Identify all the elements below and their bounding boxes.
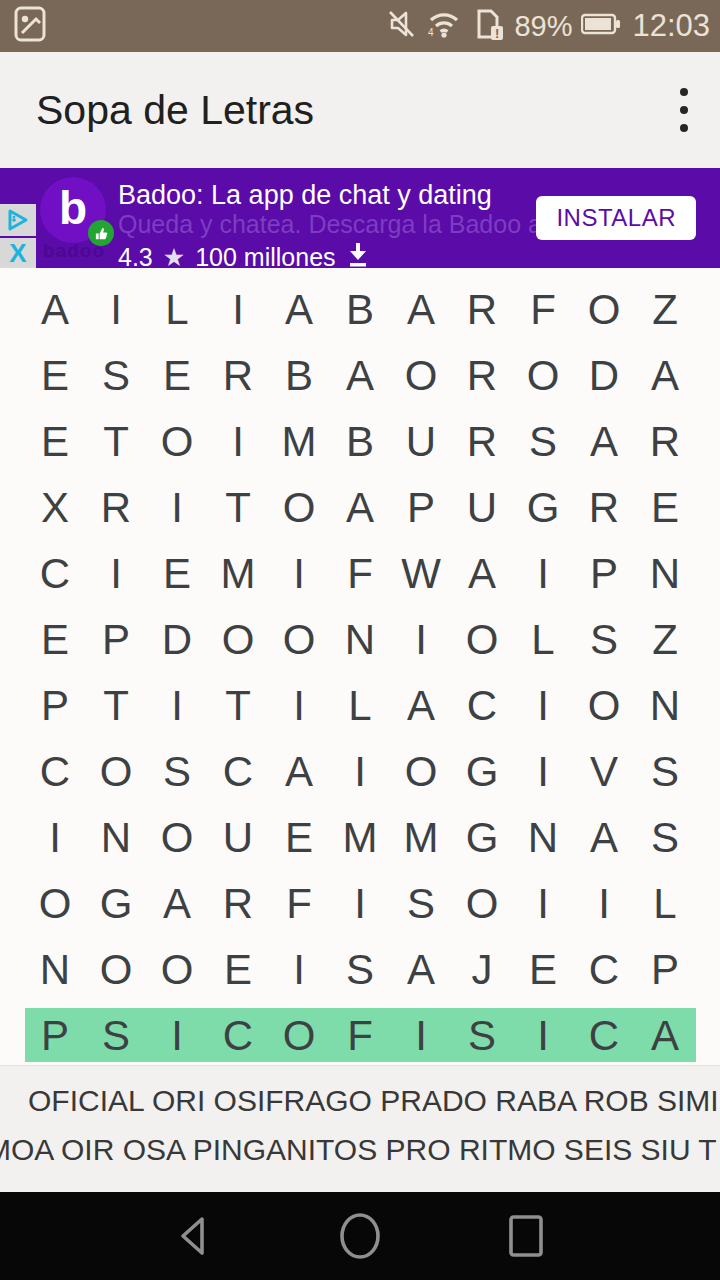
recents-icon[interactable]: [504, 1214, 548, 1258]
grid-cell-r8c3[interactable]: S: [147, 739, 208, 805]
battery-icon: [581, 13, 621, 39]
grid-cell-r11c10[interactable]: C: [574, 937, 635, 1003]
grid-cell-r7c8[interactable]: C: [452, 673, 513, 739]
grid-cell-r7c6[interactable]: L: [330, 673, 391, 739]
status-time: 12:03: [632, 8, 710, 44]
ad-installs: 100 millones: [195, 243, 335, 269]
grid-cell-r5c5[interactable]: I: [269, 541, 330, 607]
grid-cell-r10c8[interactable]: O: [452, 871, 513, 937]
grid-cell-r12c3[interactable]: I: [147, 1003, 208, 1069]
grid-cell-r7c11[interactable]: N: [635, 673, 696, 739]
grid-cell-r11c3[interactable]: O: [147, 937, 208, 1003]
grid-cell-r6c11[interactable]: Z: [635, 607, 696, 673]
grid-cell-r6c9[interactable]: L: [513, 607, 574, 673]
android-nav-bar: [0, 1192, 720, 1280]
grid-row-6[interactable]: EPDOONIOLSZ: [25, 607, 696, 673]
grid-cell-r2c8[interactable]: R: [452, 343, 513, 409]
grid-cell-r1c2[interactable]: I: [86, 277, 147, 343]
grid-cell-r11c5[interactable]: I: [269, 937, 330, 1003]
grid-cell-r4c10[interactable]: R: [574, 475, 635, 541]
grid-cell-r11c4[interactable]: E: [208, 937, 269, 1003]
grid-cell-r8c4[interactable]: C: [208, 739, 269, 805]
grid-cell-r10c6[interactable]: I: [330, 871, 391, 937]
grid-cell-r4c8[interactable]: U: [452, 475, 513, 541]
app-bar: Sopa de Letras: [0, 52, 720, 168]
grid-cell-r1c4[interactable]: I: [208, 277, 269, 343]
grid-cell-r5c10[interactable]: P: [574, 541, 635, 607]
grid-cell-r5c7[interactable]: W: [391, 541, 452, 607]
grid-cell-r5c11[interactable]: N: [635, 541, 696, 607]
grid-cell-r9c11[interactable]: S: [635, 805, 696, 871]
grid-cell-r10c7[interactable]: S: [391, 871, 452, 937]
grid-cell-r8c1[interactable]: C: [25, 739, 86, 805]
mute-icon: [387, 9, 417, 43]
grid-cell-r7c5[interactable]: I: [269, 673, 330, 739]
grid-cell-r8c2[interactable]: O: [86, 739, 147, 805]
grid-cell-r4c6[interactable]: A: [330, 475, 391, 541]
grid-row-12[interactable]: PSICOFISICA: [25, 1003, 696, 1069]
grid-cell-r6c2[interactable]: P: [86, 607, 147, 673]
grid-cell-r8c10[interactable]: V: [574, 739, 635, 805]
grid-cell-r9c2[interactable]: N: [86, 805, 147, 871]
grid-cell-r3c11[interactable]: R: [635, 409, 696, 475]
grid-cell-r4c9[interactable]: G: [513, 475, 574, 541]
grid-cell-r12c7[interactable]: I: [391, 1003, 452, 1069]
grid-cell-r10c4[interactable]: R: [208, 871, 269, 937]
word-list-line-1: OFICIAL ORI OSIFRAGO PRADO RABA ROB SIMI…: [28, 1083, 720, 1119]
grid-cell-r3c7[interactable]: U: [391, 409, 452, 475]
grid-cell-r9c10[interactable]: A: [574, 805, 635, 871]
grid-cell-r9c8[interactable]: G: [452, 805, 513, 871]
grid-cell-r2c6[interactable]: A: [330, 343, 391, 409]
grid-cell-r9c6[interactable]: M: [330, 805, 391, 871]
word-list-line-2: MOA OIR OSA PINGANITOS PRO RITMO SEIS SI…: [0, 1132, 720, 1168]
grid-cell-r2c2[interactable]: S: [86, 343, 147, 409]
grid-cell-r2c7[interactable]: O: [391, 343, 452, 409]
ad-rating-value: 4.3: [118, 243, 153, 269]
grid-cell-r5c8[interactable]: A: [452, 541, 513, 607]
grid-cell-r12c9[interactable]: I: [513, 1003, 574, 1069]
grid-cell-r5c3[interactable]: E: [147, 541, 208, 607]
grid-cell-r4c4[interactable]: T: [208, 475, 269, 541]
grid-cell-r6c3[interactable]: D: [147, 607, 208, 673]
star-icon: ★: [163, 245, 185, 269]
grid-cell-r11c8[interactable]: J: [452, 937, 513, 1003]
grid-row-11[interactable]: NOOEISAJECP: [25, 937, 696, 1003]
grid-cell-r12c6[interactable]: F: [330, 1003, 391, 1069]
grid-cell-r1c5[interactable]: A: [269, 277, 330, 343]
grid-cell-r6c6[interactable]: N: [330, 607, 391, 673]
grid-cell-r7c9[interactable]: I: [513, 673, 574, 739]
grid-cell-r3c5[interactable]: M: [269, 409, 330, 475]
grid-cell-r2c1[interactable]: E: [25, 343, 86, 409]
grid-cell-r3c3[interactable]: O: [147, 409, 208, 475]
grid-cell-r11c6[interactable]: S: [330, 937, 391, 1003]
grid-cell-r4c7[interactable]: P: [391, 475, 452, 541]
grid-cell-r3c4[interactable]: I: [208, 409, 269, 475]
screenshot-notification-icon: [14, 6, 46, 46]
grid-cell-r2c11[interactable]: A: [635, 343, 696, 409]
grid-cell-r11c7[interactable]: A: [391, 937, 452, 1003]
grid-cell-r10c5[interactable]: F: [269, 871, 330, 937]
install-button[interactable]: INSTALAR: [536, 196, 696, 240]
grid-cell-r9c1[interactable]: I: [25, 805, 86, 871]
grid-cell-r7c1[interactable]: P: [25, 673, 86, 739]
overflow-menu-icon[interactable]: [664, 84, 704, 136]
grid-cell-r10c3[interactable]: A: [147, 871, 208, 937]
grid-cell-r10c11[interactable]: L: [635, 871, 696, 937]
ad-close-icon[interactable]: X: [0, 238, 36, 268]
grid-cell-r10c9[interactable]: I: [513, 871, 574, 937]
svg-text:!: !: [495, 26, 499, 40]
grid-cell-r9c9[interactable]: N: [513, 805, 574, 871]
grid-cell-r7c7[interactable]: A: [391, 673, 452, 739]
grid-cell-r6c10[interactable]: S: [574, 607, 635, 673]
grid-cell-r2c9[interactable]: O: [513, 343, 574, 409]
grid-cell-r2c5[interactable]: B: [269, 343, 330, 409]
status-bar: 4 ! 89% 12:03: [0, 0, 720, 52]
grid-cell-r1c10[interactable]: O: [574, 277, 635, 343]
grid-cell-r9c5[interactable]: E: [269, 805, 330, 871]
word-list[interactable]: OFICIAL ORI OSIFRAGO PRADO RABA ROB SIMI…: [0, 1065, 720, 1192]
grid-cell-r3c2[interactable]: T: [86, 409, 147, 475]
grid-cell-r8c9[interactable]: I: [513, 739, 574, 805]
grid-cell-r10c1[interactable]: O: [25, 871, 86, 937]
grid-cell-r8c8[interactable]: G: [452, 739, 513, 805]
grid-cell-r7c3[interactable]: I: [147, 673, 208, 739]
grid-cell-r3c8[interactable]: R: [452, 409, 513, 475]
grid-cell-r12c1[interactable]: P: [25, 1003, 86, 1069]
grid-row-8[interactable]: COSCAIOGIVS: [25, 739, 696, 805]
grid-cell-r4c1[interactable]: X: [25, 475, 86, 541]
download-icon: [346, 241, 370, 268]
back-icon[interactable]: [172, 1214, 216, 1258]
grid-cell-r12c4[interactable]: C: [208, 1003, 269, 1069]
battery-percent: 89%: [514, 10, 572, 43]
grid-cell-r1c7[interactable]: A: [391, 277, 452, 343]
grid-cell-r8c6[interactable]: I: [330, 739, 391, 805]
grid-cell-r3c9[interactable]: S: [513, 409, 574, 475]
grid-cell-r8c5[interactable]: A: [269, 739, 330, 805]
grid-cell-r7c2[interactable]: T: [86, 673, 147, 739]
grid-row-7[interactable]: PTITILACION: [25, 673, 696, 739]
grid-cell-r8c7[interactable]: O: [391, 739, 452, 805]
grid-row-2[interactable]: ESERBAORODA: [25, 343, 696, 409]
grid-row-4[interactable]: XRITOAPUGRE: [25, 475, 696, 541]
adchoices-icon[interactable]: [0, 204, 36, 236]
grid-cell-r12c8[interactable]: S: [452, 1003, 513, 1069]
grid-row-1[interactable]: AILIABARFOZ: [25, 277, 696, 343]
grid-cell-r6c5[interactable]: O: [269, 607, 330, 673]
grid-cell-r6c4[interactable]: O: [208, 607, 269, 673]
grid-cell-r1c6[interactable]: B: [330, 277, 391, 343]
grid-cell-r4c11[interactable]: E: [635, 475, 696, 541]
grid-cell-r11c11[interactable]: P: [635, 937, 696, 1003]
home-icon[interactable]: [338, 1214, 382, 1258]
grid-row-9[interactable]: INOUEMMGNAS: [25, 805, 696, 871]
grid-cell-r10c10[interactable]: I: [574, 871, 635, 937]
grid-cell-r5c6[interactable]: F: [330, 541, 391, 607]
grid-cell-r8c11[interactable]: S: [635, 739, 696, 805]
grid-cell-r6c8[interactable]: O: [452, 607, 513, 673]
grid-cell-r11c1[interactable]: N: [25, 937, 86, 1003]
grid-cell-r11c2[interactable]: O: [86, 937, 147, 1003]
grid-cell-r5c4[interactable]: M: [208, 541, 269, 607]
grid-row-5[interactable]: CIEMIFWAIPN: [25, 541, 696, 607]
badoo-logo-letter: b: [59, 181, 87, 235]
grid-cell-r4c5[interactable]: O: [269, 475, 330, 541]
grid-cell-r9c3[interactable]: O: [147, 805, 208, 871]
grid-row-3[interactable]: ETOIMBURSAR: [25, 409, 696, 475]
ad-title: Badoo: La app de chat y dating: [118, 180, 548, 211]
grid-cell-r5c9[interactable]: I: [513, 541, 574, 607]
wifi-icon: 4: [426, 9, 462, 43]
page-title: Sopa de Letras: [36, 87, 314, 134]
grid-cell-r12c11[interactable]: A: [635, 1003, 696, 1069]
grid-cell-r3c1[interactable]: E: [25, 409, 86, 475]
grid-cell-r12c5[interactable]: O: [269, 1003, 330, 1069]
ad-subtitle: Queda y chatea. Descarga la Badoo app.: [118, 211, 548, 238]
badoo-wordmark: badoo: [38, 240, 110, 262]
grid-cell-r6c7[interactable]: I: [391, 607, 452, 673]
grid-cell-r7c10[interactable]: O: [574, 673, 635, 739]
grid-cell-r5c2[interactable]: I: [86, 541, 147, 607]
grid-cell-r3c10[interactable]: A: [574, 409, 635, 475]
grid-cell-r4c3[interactable]: I: [147, 475, 208, 541]
grid-cell-r2c3[interactable]: E: [147, 343, 208, 409]
grid-cell-r12c10[interactable]: C: [574, 1003, 635, 1069]
grid-cell-r7c4[interactable]: T: [208, 673, 269, 739]
grid-cell-r10c2[interactable]: G: [86, 871, 147, 937]
grid-cell-r12c2[interactable]: S: [86, 1003, 147, 1069]
grid-cell-r5c1[interactable]: C: [25, 541, 86, 607]
grid-cell-r1c11[interactable]: Z: [635, 277, 696, 343]
ad-banner[interactable]: X b badoo Badoo: La app de chat y dating…: [0, 168, 720, 268]
word-search-grid[interactable]: AILIABARFOZESERBAORODAETOIMBURSARXRITOAP…: [0, 268, 720, 1065]
svg-text:4: 4: [428, 27, 434, 38]
grid-cell-r1c8[interactable]: R: [452, 277, 513, 343]
sd-card-alert-icon: !: [471, 8, 505, 44]
grid-cell-r1c3[interactable]: L: [147, 277, 208, 343]
grid-row-10[interactable]: OGARFISOIIL: [25, 871, 696, 937]
grid-cell-r3c6[interactable]: B: [330, 409, 391, 475]
grid-cell-r2c10[interactable]: D: [574, 343, 635, 409]
grid-cell-r1c1[interactable]: A: [25, 277, 86, 343]
grid-cell-r9c4[interactable]: U: [208, 805, 269, 871]
grid-cell-r1c9[interactable]: F: [513, 277, 574, 343]
grid-cell-r11c9[interactable]: E: [513, 937, 574, 1003]
grid-cell-r9c7[interactable]: M: [391, 805, 452, 871]
grid-cell-r6c1[interactable]: E: [25, 607, 86, 673]
grid-cell-r4c2[interactable]: R: [86, 475, 147, 541]
grid-cell-r2c4[interactable]: R: [208, 343, 269, 409]
